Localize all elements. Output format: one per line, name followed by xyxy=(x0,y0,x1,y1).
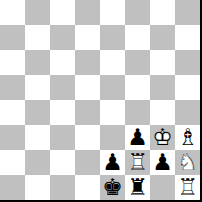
square-e1[interactable]: ♚ xyxy=(100,175,125,200)
piece-outline-glyph: ♖ xyxy=(175,175,200,200)
piece-outline-glyph: ♗ xyxy=(175,125,200,150)
square-c7[interactable] xyxy=(50,25,75,50)
square-c8[interactable] xyxy=(50,0,75,25)
square-c3[interactable] xyxy=(50,125,75,150)
square-e7[interactable] xyxy=(100,25,125,50)
square-g2[interactable]: ♟ xyxy=(150,150,175,175)
piece-filled-glyph: ♚ xyxy=(100,175,125,200)
square-d2[interactable] xyxy=(75,150,100,175)
square-d7[interactable] xyxy=(75,25,100,50)
square-c2[interactable] xyxy=(50,150,75,175)
square-d1[interactable] xyxy=(75,175,100,200)
square-h1[interactable]: ♜♖ xyxy=(175,175,200,200)
piece-white-knight[interactable]: ♞♘ xyxy=(175,150,200,175)
square-d5[interactable] xyxy=(75,75,100,100)
square-g6[interactable] xyxy=(150,50,175,75)
square-d3[interactable] xyxy=(75,125,100,150)
board-frame: ♟♚♔♝♗♟♜♖♟♞♘♚♜♜♖ xyxy=(0,0,202,202)
square-a8[interactable] xyxy=(0,0,25,25)
piece-outline-glyph: ♖ xyxy=(125,150,150,175)
square-c6[interactable] xyxy=(50,50,75,75)
square-h6[interactable] xyxy=(175,50,200,75)
piece-black-pawn[interactable]: ♟ xyxy=(150,150,175,175)
square-e8[interactable] xyxy=(100,0,125,25)
square-f4[interactable] xyxy=(125,100,150,125)
piece-outline-glyph: ♘ xyxy=(175,150,200,175)
square-a7[interactable] xyxy=(0,25,25,50)
square-f1[interactable]: ♜ xyxy=(125,175,150,200)
square-e6[interactable] xyxy=(100,50,125,75)
piece-white-rook[interactable]: ♜♖ xyxy=(175,175,200,200)
square-g7[interactable] xyxy=(150,25,175,50)
square-h4[interactable] xyxy=(175,100,200,125)
square-c1[interactable] xyxy=(50,175,75,200)
piece-black-pawn[interactable]: ♟ xyxy=(125,125,150,150)
piece-filled-glyph: ♟ xyxy=(150,150,175,175)
square-e5[interactable] xyxy=(100,75,125,100)
square-g1[interactable] xyxy=(150,175,175,200)
square-d4[interactable] xyxy=(75,100,100,125)
piece-black-rook[interactable]: ♜ xyxy=(125,175,150,200)
square-b7[interactable] xyxy=(25,25,50,50)
square-d6[interactable] xyxy=(75,50,100,75)
piece-filled-glyph: ♟ xyxy=(100,150,125,175)
square-a3[interactable] xyxy=(0,125,25,150)
square-b6[interactable] xyxy=(25,50,50,75)
square-f8[interactable] xyxy=(125,0,150,25)
square-a4[interactable] xyxy=(0,100,25,125)
square-f6[interactable] xyxy=(125,50,150,75)
square-b2[interactable] xyxy=(25,150,50,175)
square-h7[interactable] xyxy=(175,25,200,50)
piece-white-bishop[interactable]: ♝♗ xyxy=(175,125,200,150)
square-b3[interactable] xyxy=(25,125,50,150)
piece-filled-glyph: ♜ xyxy=(125,175,150,200)
square-c4[interactable] xyxy=(50,100,75,125)
piece-outline-glyph: ♔ xyxy=(150,125,175,150)
square-f3[interactable]: ♟ xyxy=(125,125,150,150)
piece-white-king[interactable]: ♚♔ xyxy=(150,125,175,150)
square-g4[interactable] xyxy=(150,100,175,125)
piece-black-king[interactable]: ♚ xyxy=(100,175,125,200)
square-c5[interactable] xyxy=(50,75,75,100)
square-e2[interactable]: ♟ xyxy=(100,150,125,175)
square-a1[interactable] xyxy=(0,175,25,200)
square-b4[interactable] xyxy=(25,100,50,125)
square-g8[interactable] xyxy=(150,0,175,25)
square-a5[interactable] xyxy=(0,75,25,100)
piece-filled-glyph: ♟ xyxy=(125,125,150,150)
square-a2[interactable] xyxy=(0,150,25,175)
square-g5[interactable] xyxy=(150,75,175,100)
square-f5[interactable] xyxy=(125,75,150,100)
square-b1[interactable] xyxy=(25,175,50,200)
square-h3[interactable]: ♝♗ xyxy=(175,125,200,150)
square-f2[interactable]: ♜♖ xyxy=(125,150,150,175)
square-g3[interactable]: ♚♔ xyxy=(150,125,175,150)
square-e4[interactable] xyxy=(100,100,125,125)
square-b8[interactable] xyxy=(25,0,50,25)
square-f7[interactable] xyxy=(125,25,150,50)
square-d8[interactable] xyxy=(75,0,100,25)
square-h5[interactable] xyxy=(175,75,200,100)
piece-white-rook[interactable]: ♜♖ xyxy=(125,150,150,175)
square-e3[interactable] xyxy=(100,125,125,150)
square-b5[interactable] xyxy=(25,75,50,100)
piece-black-pawn[interactable]: ♟ xyxy=(100,150,125,175)
square-h8[interactable] xyxy=(175,0,200,25)
square-h2[interactable]: ♞♘ xyxy=(175,150,200,175)
chess-board: ♟♚♔♝♗♟♜♖♟♞♘♚♜♜♖ xyxy=(0,0,200,200)
square-a6[interactable] xyxy=(0,50,25,75)
